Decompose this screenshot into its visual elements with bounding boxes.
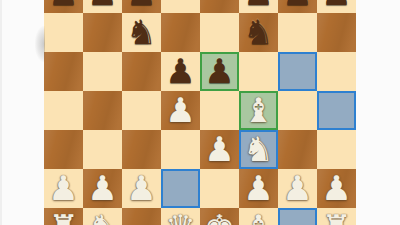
square-h4[interactable] — [317, 91, 356, 130]
square-e4[interactable] — [200, 91, 239, 130]
square-d1[interactable]: ♛ — [161, 208, 200, 225]
square-f4[interactable]: ♝ — [239, 91, 278, 130]
square-b6[interactable] — [83, 13, 122, 52]
square-b2[interactable]: ♟ — [83, 169, 122, 208]
square-g7[interactable]: ♟ — [278, 0, 317, 13]
square-g6[interactable] — [278, 13, 317, 52]
black-pawn-b7[interactable]: ♟ — [87, 0, 117, 13]
white-knight-f3[interactable]: ♞ — [243, 130, 273, 169]
square-e2[interactable] — [200, 169, 239, 208]
square-d3[interactable] — [161, 130, 200, 169]
square-f1[interactable]: ♝ — [239, 208, 278, 225]
black-pawn-g7[interactable]: ♟ — [282, 0, 312, 13]
square-e5[interactable]: ♟ — [200, 52, 239, 91]
square-f3[interactable]: ♞ — [239, 130, 278, 169]
white-pawn-f2[interactable]: ♟ — [243, 169, 273, 208]
square-c5[interactable] — [122, 52, 161, 91]
white-queen-d1[interactable]: ♛ — [165, 208, 195, 225]
square-f6[interactable]: ♞ — [239, 13, 278, 52]
square-c2[interactable]: ♟ — [122, 169, 161, 208]
white-pawn-a2[interactable]: ♟ — [48, 169, 78, 208]
square-e7[interactable] — [200, 0, 239, 13]
square-h7[interactable]: ♟ — [317, 0, 356, 13]
white-pawn-g2[interactable]: ♟ — [282, 169, 312, 208]
square-c3[interactable] — [122, 130, 161, 169]
square-b5[interactable] — [83, 52, 122, 91]
square-a2[interactable]: ♟ — [44, 169, 83, 208]
square-d4[interactable]: ♟ — [161, 91, 200, 130]
square-a7[interactable]: ♟ — [44, 0, 83, 13]
app-screen: ♜♝♛♚♝♜♟♟♟♟♟♟♞♞♟♟♟♝♟♞♟♟♟♟♟♟♜♞♛♚♝♜ — [0, 0, 400, 225]
square-d2[interactable] — [161, 169, 200, 208]
white-king-e1[interactable]: ♚ — [204, 208, 234, 225]
square-h6[interactable] — [317, 13, 356, 52]
square-a1[interactable]: ♜ — [44, 208, 83, 225]
square-c1[interactable] — [122, 208, 161, 225]
square-d7[interactable] — [161, 0, 200, 13]
square-g2[interactable]: ♟ — [278, 169, 317, 208]
white-pawn-d4[interactable]: ♟ — [165, 91, 195, 130]
black-pawn-d5[interactable]: ♟ — [165, 52, 195, 91]
black-knight-f6[interactable]: ♞ — [243, 13, 273, 52]
square-b7[interactable]: ♟ — [83, 0, 122, 13]
square-c6[interactable]: ♞ — [122, 13, 161, 52]
white-bishop-f4[interactable]: ♝ — [243, 91, 273, 130]
white-pawn-c2[interactable]: ♟ — [126, 169, 156, 208]
white-pawn-e3[interactable]: ♟ — [204, 130, 234, 169]
square-a3[interactable] — [44, 130, 83, 169]
white-rook-h1[interactable]: ♜ — [321, 208, 351, 225]
square-c4[interactable] — [122, 91, 161, 130]
square-a6[interactable] — [44, 13, 83, 52]
square-g4[interactable] — [278, 91, 317, 130]
square-e3[interactable]: ♟ — [200, 130, 239, 169]
square-d5[interactable]: ♟ — [161, 52, 200, 91]
white-pawn-b2[interactable]: ♟ — [87, 169, 117, 208]
black-pawn-h7[interactable]: ♟ — [321, 0, 351, 13]
square-h2[interactable]: ♟ — [317, 169, 356, 208]
square-f2[interactable]: ♟ — [239, 169, 278, 208]
black-knight-c6[interactable]: ♞ — [126, 13, 156, 52]
square-h5[interactable] — [317, 52, 356, 91]
square-e6[interactable] — [200, 13, 239, 52]
white-rook-a1[interactable]: ♜ — [48, 208, 78, 225]
square-e1[interactable]: ♚ — [200, 208, 239, 225]
square-h3[interactable] — [317, 130, 356, 169]
square-d6[interactable] — [161, 13, 200, 52]
square-b4[interactable] — [83, 91, 122, 130]
square-b3[interactable] — [83, 130, 122, 169]
chess-board: ♜♝♛♚♝♜♟♟♟♟♟♟♞♞♟♟♟♝♟♞♟♟♟♟♟♟♜♞♛♚♝♜ — [44, 0, 356, 225]
square-g1[interactable] — [278, 208, 317, 225]
square-f5[interactable] — [239, 52, 278, 91]
white-bishop-f1[interactable]: ♝ — [243, 208, 273, 225]
window-edge-line — [0, 0, 2, 225]
square-a5[interactable] — [44, 52, 83, 91]
square-g5[interactable] — [278, 52, 317, 91]
square-g3[interactable] — [278, 130, 317, 169]
square-h1[interactable]: ♜ — [317, 208, 356, 225]
square-a4[interactable] — [44, 91, 83, 130]
square-b1[interactable]: ♞ — [83, 208, 122, 225]
white-knight-b1[interactable]: ♞ — [87, 208, 117, 225]
black-pawn-e5[interactable]: ♟ — [204, 52, 234, 91]
black-pawn-a7[interactable]: ♟ — [48, 0, 78, 13]
white-pawn-h2[interactable]: ♟ — [321, 169, 351, 208]
